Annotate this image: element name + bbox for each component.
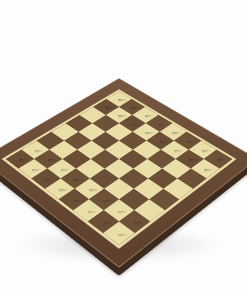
rook-glyph: ♜ (91, 201, 146, 236)
chess-set-photo: ♜♞♝♛♚♝♞♜♟♟♟♟♟♟♟♟♟♟♟♟♟♟♟♟♜♞♝♛♚♝♞♜ (0, 0, 247, 296)
chess-board: ♜♞♝♛♚♝♞♜♟♟♟♟♟♟♟♟♟♟♟♟♟♟♟♟♜♞♝♛♚♝♞♜ (2, 89, 237, 249)
pawn-glyph: ♟ (179, 145, 229, 171)
square-h7: ♟ (191, 159, 220, 179)
square-h1: ♜ (103, 221, 135, 245)
